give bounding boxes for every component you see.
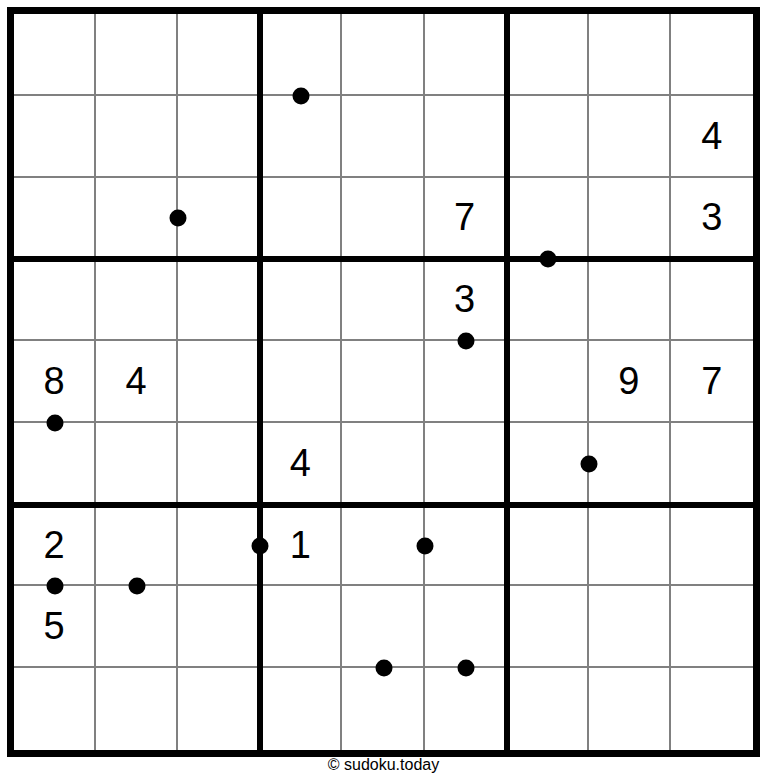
cell-r6c9[interactable] [671, 423, 753, 505]
cell-r8c9[interactable] [671, 586, 753, 668]
cell-r4c5[interactable] [342, 259, 424, 341]
cell-r7c6[interactable] [425, 505, 507, 587]
given-digit: 7 [701, 362, 722, 400]
cell-r6c6[interactable] [425, 423, 507, 505]
box-border-vertical-left [257, 14, 263, 750]
consecutive-dot [457, 333, 474, 350]
cell-r9c5[interactable] [342, 668, 424, 750]
cell-r4c6[interactable]: 3 [425, 259, 507, 341]
cell-r2c9[interactable]: 4 [671, 96, 753, 178]
cell-r2c3[interactable] [178, 96, 260, 178]
cell-r3c4[interactable] [260, 178, 342, 260]
cell-r3c1[interactable] [14, 178, 96, 260]
cell-r9c7[interactable] [507, 668, 589, 750]
cell-r6c3[interactable] [178, 423, 260, 505]
cell-r6c2[interactable] [96, 423, 178, 505]
cell-r6c8[interactable] [589, 423, 671, 505]
cell-r2c8[interactable] [589, 96, 671, 178]
cell-r5c5[interactable] [342, 341, 424, 423]
given-digit: 9 [618, 362, 639, 400]
cell-r3c5[interactable] [342, 178, 424, 260]
given-digit: 1 [290, 526, 311, 564]
cell-r7c8[interactable] [589, 505, 671, 587]
cell-r8c2[interactable] [96, 586, 178, 668]
given-digit: 2 [43, 526, 64, 564]
cell-r2c5[interactable] [342, 96, 424, 178]
cell-r9c3[interactable] [178, 668, 260, 750]
cell-r8c8[interactable] [589, 586, 671, 668]
cell-r4c4[interactable] [260, 259, 342, 341]
cell-r7c7[interactable] [507, 505, 589, 587]
consecutive-dot [375, 660, 392, 677]
given-digit: 3 [701, 198, 722, 236]
consecutive-dot [539, 251, 556, 268]
cell-r8c6[interactable] [425, 586, 507, 668]
cell-r1c8[interactable] [589, 14, 671, 96]
cell-r8c5[interactable] [342, 586, 424, 668]
cell-r1c4[interactable] [260, 14, 342, 96]
cell-r4c8[interactable] [589, 259, 671, 341]
cell-r1c7[interactable] [507, 14, 589, 96]
given-digit: 7 [454, 198, 475, 236]
given-digit: 3 [454, 280, 475, 318]
cell-r5c8[interactable]: 9 [589, 341, 671, 423]
consecutive-dot [293, 87, 310, 104]
cell-r9c2[interactable] [96, 668, 178, 750]
given-digit: 8 [43, 362, 64, 400]
cell-r8c1[interactable]: 5 [14, 586, 96, 668]
cell-r3c2[interactable] [96, 178, 178, 260]
cell-r5c6[interactable] [425, 341, 507, 423]
cell-r2c4[interactable] [260, 96, 342, 178]
sudoku-board: 473384974215 [7, 7, 760, 757]
cell-r5c2[interactable]: 4 [96, 341, 178, 423]
given-digit: 4 [701, 117, 722, 155]
cell-r7c5[interactable] [342, 505, 424, 587]
cell-r1c2[interactable] [96, 14, 178, 96]
box-border-vertical-right [504, 14, 510, 750]
cell-r7c4[interactable]: 1 [260, 505, 342, 587]
cell-r5c7[interactable] [507, 341, 589, 423]
given-digit: 4 [290, 444, 311, 482]
cell-r5c1[interactable]: 8 [14, 341, 96, 423]
box-border-horizontal-bottom [14, 502, 753, 508]
cell-r5c4[interactable] [260, 341, 342, 423]
puzzle-page: 473384974215 © sudoku.today [0, 0, 767, 777]
cell-r1c3[interactable] [178, 14, 260, 96]
cell-r9c8[interactable] [589, 668, 671, 750]
consecutive-dot [580, 455, 597, 472]
cell-r2c1[interactable] [14, 96, 96, 178]
cell-r2c7[interactable] [507, 96, 589, 178]
cell-r9c1[interactable] [14, 668, 96, 750]
cell-r7c3[interactable] [178, 505, 260, 587]
cell-r4c9[interactable] [671, 259, 753, 341]
cell-r3c7[interactable] [507, 178, 589, 260]
cell-r4c3[interactable] [178, 259, 260, 341]
cell-r5c9[interactable]: 7 [671, 341, 753, 423]
box-border-horizontal-top [14, 256, 753, 262]
cell-r5c3[interactable] [178, 341, 260, 423]
cell-grid: 473384974215 [14, 14, 753, 750]
cell-r1c9[interactable] [671, 14, 753, 96]
cell-r6c5[interactable] [342, 423, 424, 505]
cell-r9c6[interactable] [425, 668, 507, 750]
consecutive-dot [416, 537, 433, 554]
given-digit: 5 [43, 607, 64, 645]
cell-r6c1[interactable] [14, 423, 96, 505]
cell-r6c4[interactable]: 4 [260, 423, 342, 505]
cell-r3c3[interactable] [178, 178, 260, 260]
cell-r4c7[interactable] [507, 259, 589, 341]
given-digit: 4 [126, 362, 147, 400]
cell-r7c1[interactable]: 2 [14, 505, 96, 587]
cell-r3c9[interactable]: 3 [671, 178, 753, 260]
cell-r7c9[interactable] [671, 505, 753, 587]
cell-r1c5[interactable] [342, 14, 424, 96]
cell-r7c2[interactable] [96, 505, 178, 587]
consecutive-dot [129, 578, 146, 595]
cell-r4c1[interactable] [14, 259, 96, 341]
consecutive-dot [47, 578, 64, 595]
cell-r3c6[interactable]: 7 [425, 178, 507, 260]
cell-r6c7[interactable] [507, 423, 589, 505]
cell-r9c9[interactable] [671, 668, 753, 750]
cell-r1c1[interactable] [14, 14, 96, 96]
cell-r9c4[interactable] [260, 668, 342, 750]
cell-r4c2[interactable] [96, 259, 178, 341]
consecutive-dot [170, 210, 187, 227]
cell-r3c8[interactable] [589, 178, 671, 260]
cell-r8c7[interactable] [507, 586, 589, 668]
cell-r8c4[interactable] [260, 586, 342, 668]
copyright-text: © sudoku.today [0, 756, 767, 774]
consecutive-dot [252, 537, 269, 554]
cell-r8c3[interactable] [178, 586, 260, 668]
consecutive-dot [47, 414, 64, 431]
consecutive-dot [457, 660, 474, 677]
cell-r1c6[interactable] [425, 14, 507, 96]
cell-r2c6[interactable] [425, 96, 507, 178]
cell-r2c2[interactable] [96, 96, 178, 178]
